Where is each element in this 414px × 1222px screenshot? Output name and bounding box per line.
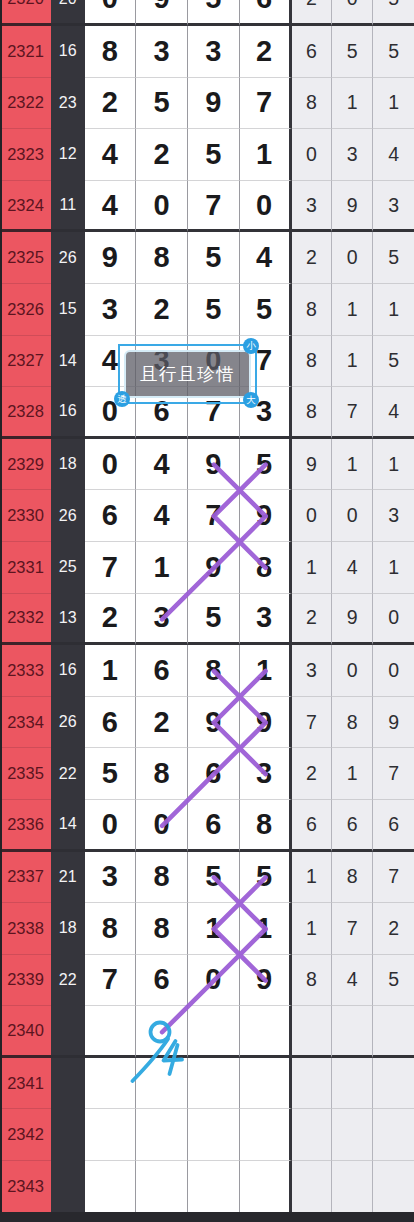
digit-cell: 0 xyxy=(240,181,292,233)
table-row: 2321168332655 xyxy=(0,26,414,78)
digit-cell: 3 xyxy=(240,594,292,646)
digit-cell: 2 xyxy=(136,129,188,181)
digit-cell: 2 xyxy=(85,594,137,646)
digit-cell: 9 xyxy=(188,439,240,491)
extra-cell: 0 xyxy=(332,645,373,697)
digit-cell xyxy=(240,1058,292,1110)
digit-cell: 2 xyxy=(240,26,292,78)
extra-cell: 4 xyxy=(373,129,414,181)
extra-cell: 7 xyxy=(332,387,373,439)
extra-cell: 1 xyxy=(332,439,373,491)
extra-cell: 1 xyxy=(373,439,414,491)
period-cell: 2323 xyxy=(0,129,51,181)
sum-cell: 26 xyxy=(51,697,85,749)
extra-cell: 5 xyxy=(373,336,414,388)
digit-cell: 2 xyxy=(136,697,188,749)
digit-cell: 3 xyxy=(240,748,292,800)
sum-cell: 16 xyxy=(51,26,85,78)
digit-cell: 6 xyxy=(85,490,137,542)
extra-cell xyxy=(292,1006,333,1058)
digit-cell: 1 xyxy=(240,903,292,955)
sum-cell xyxy=(51,1109,85,1161)
digit-cell: 8 xyxy=(136,852,188,904)
digit-cell: 4 xyxy=(136,490,188,542)
extra-cell: 3 xyxy=(373,181,414,233)
extra-cell: 2 xyxy=(292,594,333,646)
digit-cell: 9 xyxy=(136,0,188,26)
sum-cell: 16 xyxy=(51,387,85,439)
digit-cell: 1 xyxy=(240,645,292,697)
extra-cell: 1 xyxy=(373,284,414,336)
table-row: 2329180495911 xyxy=(0,439,414,491)
digit-cell: 5 xyxy=(240,439,292,491)
table-row: 2333161681300 xyxy=(0,645,414,697)
digit-cell: 5 xyxy=(188,284,240,336)
extra-cell: 4 xyxy=(373,387,414,439)
digit-cell: 1 xyxy=(136,542,188,594)
digit-cell: 8 xyxy=(85,903,137,955)
extra-cell: 2 xyxy=(292,232,333,284)
extra-cell: 9 xyxy=(332,181,373,233)
sum-cell xyxy=(51,1006,85,1058)
table-row: 2323124251034 xyxy=(0,129,414,181)
digit-cell: 0 xyxy=(136,181,188,233)
extra-cell: 3 xyxy=(332,129,373,181)
period-cell: 2329 xyxy=(0,439,51,491)
period-cell: 2338 xyxy=(0,903,51,955)
period-cell: 2322 xyxy=(0,78,51,130)
period-cell: 2337 xyxy=(0,852,51,904)
left-edge-border xyxy=(0,0,2,1222)
digit-cell: 7 xyxy=(188,490,240,542)
digit-cell xyxy=(136,1058,188,1110)
sum-cell: 18 xyxy=(51,439,85,491)
digit-cell xyxy=(188,1161,240,1213)
extra-cell: 3 xyxy=(292,181,333,233)
sum-cell: 16 xyxy=(51,645,85,697)
sum-cell: 12 xyxy=(51,129,85,181)
sum-cell: 14 xyxy=(51,800,85,852)
digit-cell: 5 xyxy=(136,78,188,130)
digit-cell xyxy=(85,1006,137,1058)
digit-cell: 5 xyxy=(188,594,240,646)
table-row: 2322232597811 xyxy=(0,78,414,130)
digit-cell: 3 xyxy=(85,852,137,904)
period-cell: 2336 xyxy=(0,800,51,852)
digit-cell: 3 xyxy=(136,594,188,646)
sum-cell: 20 xyxy=(51,0,85,26)
digit-cell: 8 xyxy=(136,748,188,800)
digit-cell: 8 xyxy=(240,800,292,852)
period-cell: 2343 xyxy=(0,1161,51,1213)
digit-cell: 9 xyxy=(188,542,240,594)
period-cell: 2335 xyxy=(0,748,51,800)
period-cell: 2330 xyxy=(0,490,51,542)
digit-cell: 1 xyxy=(85,645,137,697)
digit-cell: 7 xyxy=(188,181,240,233)
period-cell: 2326 xyxy=(0,284,51,336)
period-cell: 2339 xyxy=(0,955,51,1007)
period-cell: 2325 xyxy=(0,232,51,284)
extra-cell: 5 xyxy=(373,26,414,78)
extra-cell xyxy=(373,1058,414,1110)
sum-cell: 22 xyxy=(51,955,85,1007)
digit-cell: 3 xyxy=(188,26,240,78)
digit-cell xyxy=(188,1109,240,1161)
table-row: 2325269854205 xyxy=(0,232,414,284)
resize-handle-small[interactable]: 小 xyxy=(243,338,259,354)
digit-cell xyxy=(240,1006,292,1058)
table-row: 2339227609845 xyxy=(0,955,414,1007)
extra-cell: 0 xyxy=(332,0,373,26)
extra-cell xyxy=(332,1058,373,1110)
digit-cell xyxy=(240,1109,292,1161)
digit-cell: 6 xyxy=(136,955,188,1007)
digit-cell: 9 xyxy=(240,490,292,542)
extra-cell: 5 xyxy=(373,232,414,284)
lottery-trend-chart-screen: 2320200956205232116833265523222325978112… xyxy=(0,0,414,1222)
digit-cell: 4 xyxy=(136,439,188,491)
extra-cell: 1 xyxy=(332,336,373,388)
table-row: 2326153255811 xyxy=(0,284,414,336)
extra-cell: 0 xyxy=(373,594,414,646)
digit-cell: 1 xyxy=(188,903,240,955)
sum-cell: 14 xyxy=(51,336,85,388)
period-cell: 2342 xyxy=(0,1109,51,1161)
digit-cell: 0 xyxy=(188,955,240,1007)
extra-cell xyxy=(332,1006,373,1058)
period-cell: 2327 xyxy=(0,336,51,388)
table-row: 2337213855187 xyxy=(0,852,414,904)
sum-cell: 25 xyxy=(51,542,85,594)
extra-cell xyxy=(373,1161,414,1213)
table-row: 2342 xyxy=(0,1109,414,1161)
digit-cell: 8 xyxy=(136,903,188,955)
digit-cell: 6 xyxy=(85,697,137,749)
table-row: 2334266299789 xyxy=(0,697,414,749)
table-row: 2341 xyxy=(0,1058,414,1110)
extra-cell: 8 xyxy=(332,852,373,904)
extra-cell: 6 xyxy=(292,26,333,78)
sum-cell: 22 xyxy=(51,748,85,800)
extra-cell: 4 xyxy=(332,955,373,1007)
sum-cell: 26 xyxy=(51,490,85,542)
digit-cell xyxy=(85,1161,137,1213)
extra-cell: 1 xyxy=(332,284,373,336)
extra-cell: 0 xyxy=(373,645,414,697)
digit-cell: 6 xyxy=(136,645,188,697)
extra-cell: 8 xyxy=(332,697,373,749)
digit-cell: 3 xyxy=(85,284,137,336)
extra-cell: 0 xyxy=(292,490,333,542)
extra-cell: 9 xyxy=(292,439,333,491)
transparency-handle[interactable]: 透 xyxy=(114,391,130,407)
extra-cell: 1 xyxy=(332,748,373,800)
extra-cell: 0 xyxy=(292,129,333,181)
digit-cell: 9 xyxy=(188,697,240,749)
digit-cell: 9 xyxy=(240,955,292,1007)
extra-cell: 2 xyxy=(292,748,333,800)
digit-cell xyxy=(85,1109,137,1161)
extra-cell: 4 xyxy=(332,542,373,594)
digit-cell: 3 xyxy=(136,26,188,78)
digit-cell: 5 xyxy=(240,852,292,904)
extra-cell: 7 xyxy=(373,852,414,904)
table-row: 2332132353290 xyxy=(0,594,414,646)
digit-cell xyxy=(85,1058,137,1110)
extra-cell: 1 xyxy=(292,852,333,904)
digit-cell xyxy=(188,1006,240,1058)
digit-cell: 0 xyxy=(85,800,137,852)
digit-cell: 8 xyxy=(136,232,188,284)
period-cell: 2324 xyxy=(0,181,51,233)
digit-cell: 4 xyxy=(85,129,137,181)
extra-cell: 1 xyxy=(373,78,414,130)
extra-cell: 8 xyxy=(292,336,333,388)
digit-cell: 5 xyxy=(188,129,240,181)
extra-cell: 2 xyxy=(292,0,333,26)
extra-cell: 1 xyxy=(292,542,333,594)
extra-cell: 5 xyxy=(332,26,373,78)
period-cell: 2334 xyxy=(0,697,51,749)
sum-cell: 13 xyxy=(51,594,85,646)
extra-cell xyxy=(292,1161,333,1213)
extra-cell: 9 xyxy=(373,697,414,749)
digit-cell xyxy=(136,1161,188,1213)
digit-cell xyxy=(136,1006,188,1058)
extra-cell: 7 xyxy=(332,903,373,955)
period-cell: 2332 xyxy=(0,594,51,646)
digit-cell: 0 xyxy=(136,800,188,852)
extra-cell: 9 xyxy=(332,594,373,646)
period-cell: 2333 xyxy=(0,645,51,697)
extra-cell: 6 xyxy=(373,800,414,852)
digit-cell: 7 xyxy=(240,78,292,130)
sum-cell: 18 xyxy=(51,903,85,955)
table-row: 2343 xyxy=(0,1161,414,1213)
chart-rows: 2320200956205232116833265523222325978112… xyxy=(0,0,414,1213)
extra-cell xyxy=(332,1109,373,1161)
digit-cell xyxy=(136,1109,188,1161)
table-row: 2335225863217 xyxy=(0,748,414,800)
digit-cell: 8 xyxy=(188,645,240,697)
sum-cell xyxy=(51,1161,85,1213)
digit-cell: 5 xyxy=(240,284,292,336)
period-cell: 2328 xyxy=(0,387,51,439)
table-row: 2338188811172 xyxy=(0,903,414,955)
extra-cell: 3 xyxy=(373,490,414,542)
annotation-text[interactable]: 且行且珍惜 xyxy=(124,350,251,398)
extra-cell xyxy=(373,1109,414,1161)
period-cell: 2331 xyxy=(0,542,51,594)
extra-cell: 6 xyxy=(292,800,333,852)
extra-cell xyxy=(292,1058,333,1110)
table-row: 2331257198141 xyxy=(0,542,414,594)
digit-cell: 6 xyxy=(188,748,240,800)
digit-cell: 5 xyxy=(188,232,240,284)
extra-cell xyxy=(373,1006,414,1058)
extra-cell: 1 xyxy=(332,78,373,130)
resize-handle-big[interactable]: 大 xyxy=(243,392,259,408)
sum-cell: 26 xyxy=(51,232,85,284)
extra-cell: 5 xyxy=(373,0,414,26)
sum-cell: 23 xyxy=(51,78,85,130)
period-cell: 2341 xyxy=(0,1058,51,1110)
sum-cell xyxy=(51,1058,85,1110)
digit-cell: 4 xyxy=(240,232,292,284)
digit-cell: 7 xyxy=(85,542,137,594)
extra-cell: 8 xyxy=(292,387,333,439)
table-row: 2324114070393 xyxy=(0,181,414,233)
period-cell: 2321 xyxy=(0,26,51,78)
extra-cell: 8 xyxy=(292,284,333,336)
extra-cell: 1 xyxy=(292,903,333,955)
sum-cell: 21 xyxy=(51,852,85,904)
digit-cell: 5 xyxy=(85,748,137,800)
digit-cell: 5 xyxy=(188,852,240,904)
extra-cell: 2 xyxy=(373,903,414,955)
period-cell: 2320 xyxy=(0,0,51,26)
table-row: 2340 xyxy=(0,1006,414,1058)
digit-cell xyxy=(240,1161,292,1213)
digit-cell: 1 xyxy=(240,129,292,181)
extra-cell xyxy=(332,1161,373,1213)
sum-cell: 15 xyxy=(51,284,85,336)
digit-cell: 7 xyxy=(85,955,137,1007)
annotation-box[interactable]: 且行且珍惜 小 透 大 xyxy=(118,344,257,404)
digit-cell xyxy=(188,1058,240,1110)
sum-cell: 11 xyxy=(51,181,85,233)
extra-cell: 5 xyxy=(373,955,414,1007)
extra-cell: 7 xyxy=(292,697,333,749)
digit-cell: 5 xyxy=(188,0,240,26)
period-cell: 2340 xyxy=(0,1006,51,1058)
extra-cell: 1 xyxy=(373,542,414,594)
digit-cell: 9 xyxy=(240,697,292,749)
table-row: 2330266479003 xyxy=(0,490,414,542)
extra-cell: 0 xyxy=(332,232,373,284)
extra-cell: 8 xyxy=(292,78,333,130)
digit-cell: 9 xyxy=(85,232,137,284)
digit-cell: 0 xyxy=(85,0,137,26)
digit-cell: 9 xyxy=(188,78,240,130)
extra-cell: 7 xyxy=(373,748,414,800)
digit-cell: 6 xyxy=(188,800,240,852)
extra-cell xyxy=(292,1109,333,1161)
digit-cell: 8 xyxy=(85,26,137,78)
extra-cell: 3 xyxy=(292,645,333,697)
table-row: 2336140068666 xyxy=(0,800,414,852)
digit-cell: 0 xyxy=(85,439,137,491)
digit-cell: 8 xyxy=(240,542,292,594)
extra-cell: 6 xyxy=(332,800,373,852)
extra-cell: 0 xyxy=(332,490,373,542)
digit-cell: 2 xyxy=(85,78,137,130)
digit-cell: 6 xyxy=(240,0,292,26)
digit-cell: 2 xyxy=(136,284,188,336)
digit-cell: 4 xyxy=(85,181,137,233)
table-bottom-border xyxy=(0,1212,414,1222)
table-row: 2320200956205 xyxy=(0,0,414,26)
extra-cell: 8 xyxy=(292,955,333,1007)
